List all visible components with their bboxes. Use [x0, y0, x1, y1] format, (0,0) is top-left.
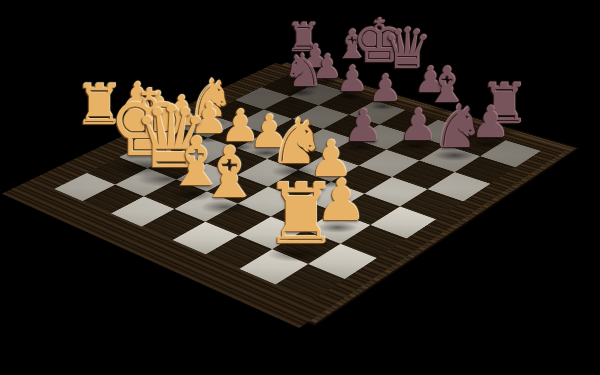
black-rook: ♜ [286, 18, 321, 57]
piece-shadow [415, 94, 441, 101]
piece-shadow [354, 64, 397, 76]
black-king: ♚ [352, 11, 406, 71]
black-bishop: ♝ [425, 61, 469, 110]
square [54, 173, 115, 201]
black-pawn: ♟ [414, 62, 446, 98]
black-queen: ♛ [382, 21, 432, 77]
white-rook: ♜ [74, 77, 124, 133]
render-scene: ♜♝♚♟♛♟♞♟♟♟♝♟♞♟♟♜♜♟♟♟♟♟♟♞♚♞♛♟♝♝♟♜ [0, 0, 600, 375]
chess-board [18, 63, 576, 324]
piece-shadow [76, 126, 116, 137]
white-pawn: ♟ [120, 78, 155, 117]
piece-shadow [287, 52, 315, 60]
black-bishop: ♝ [334, 25, 369, 65]
piece-shadow [336, 60, 364, 68]
piece-shadow [384, 70, 424, 81]
board-squares [54, 75, 540, 301]
piece-shadow [121, 112, 149, 120]
